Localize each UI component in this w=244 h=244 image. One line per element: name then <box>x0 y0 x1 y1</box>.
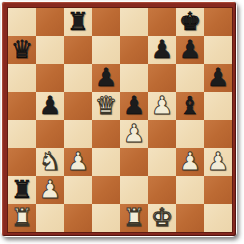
white-pawn-h3: ♟ <box>207 148 229 176</box>
square-h7 <box>204 36 232 64</box>
square-e6 <box>120 64 148 92</box>
black-pawn-d6: ♟ <box>95 64 117 92</box>
square-c5 <box>64 92 92 120</box>
black-pawn-e5: ♟ <box>123 92 145 120</box>
square-b5: ♟ <box>36 92 64 120</box>
square-f3 <box>148 148 176 176</box>
square-e4: ♟ <box>120 120 148 148</box>
square-e3 <box>120 148 148 176</box>
black-rook-a2: ♜ <box>11 176 33 204</box>
board-frame: ♜♚♛♟♟♟♟♟♛♟♟♝♟♞♟♟♟♜♟♜♜♚ <box>2 2 236 236</box>
square-d4 <box>92 120 120 148</box>
square-e5: ♟ <box>120 92 148 120</box>
square-g5: ♝ <box>176 92 204 120</box>
square-g7: ♟ <box>176 36 204 64</box>
white-pawn-b2: ♟ <box>39 176 61 204</box>
square-c2 <box>64 176 92 204</box>
white-pawn-c3: ♟ <box>67 148 89 176</box>
square-h8 <box>204 8 232 36</box>
square-a4 <box>8 120 36 148</box>
square-c3: ♟ <box>64 148 92 176</box>
black-bishop-g5: ♝ <box>179 92 201 120</box>
square-b3: ♞ <box>36 148 64 176</box>
black-pawn-h6: ♟ <box>207 64 229 92</box>
white-pawn-f5: ♟ <box>151 92 173 120</box>
white-pawn-g3: ♟ <box>179 148 201 176</box>
square-f8 <box>148 8 176 36</box>
square-c8: ♜ <box>64 8 92 36</box>
square-a6 <box>8 64 36 92</box>
white-pawn-e4: ♟ <box>123 120 145 148</box>
square-e8 <box>120 8 148 36</box>
square-h4 <box>204 120 232 148</box>
square-d5: ♛ <box>92 92 120 120</box>
photo-border: ♜♚♛♟♟♟♟♟♛♟♟♝♟♞♟♟♟♜♟♜♜♚ <box>1 1 237 237</box>
black-pawn-f7: ♟ <box>151 36 173 64</box>
square-a8 <box>8 8 36 36</box>
square-f6 <box>148 64 176 92</box>
square-f4 <box>148 120 176 148</box>
black-king-g8: ♚ <box>179 8 201 36</box>
square-h5 <box>204 92 232 120</box>
square-g3: ♟ <box>176 148 204 176</box>
black-queen-a7: ♛ <box>11 36 33 64</box>
square-b8 <box>36 8 64 36</box>
square-d3 <box>92 148 120 176</box>
square-e2 <box>120 176 148 204</box>
square-d6: ♟ <box>92 64 120 92</box>
black-pawn-b5: ♟ <box>39 92 61 120</box>
square-c4 <box>64 120 92 148</box>
square-g8: ♚ <box>176 8 204 36</box>
square-b1 <box>36 204 64 232</box>
square-e7 <box>120 36 148 64</box>
square-c6 <box>64 64 92 92</box>
black-rook-c8: ♜ <box>67 8 89 36</box>
square-d1 <box>92 204 120 232</box>
square-a2: ♜ <box>8 176 36 204</box>
square-f2 <box>148 176 176 204</box>
square-d7 <box>92 36 120 64</box>
white-rook-a1: ♜ <box>11 204 33 232</box>
square-b7 <box>36 36 64 64</box>
square-g1 <box>176 204 204 232</box>
white-knight-b3: ♞ <box>39 148 61 176</box>
square-a1: ♜ <box>8 204 36 232</box>
square-h3: ♟ <box>204 148 232 176</box>
white-queen-d5: ♛ <box>95 92 117 120</box>
black-pawn-g7: ♟ <box>179 36 201 64</box>
square-g2 <box>176 176 204 204</box>
chess-board: ♜♚♛♟♟♟♟♟♛♟♟♝♟♞♟♟♟♜♟♜♜♚ <box>8 8 232 232</box>
square-e1: ♜ <box>120 204 148 232</box>
square-g6 <box>176 64 204 92</box>
square-f5: ♟ <box>148 92 176 120</box>
square-a5 <box>8 92 36 120</box>
square-g4 <box>176 120 204 148</box>
square-h2 <box>204 176 232 204</box>
square-h1 <box>204 204 232 232</box>
square-b4 <box>36 120 64 148</box>
white-rook-e1: ♜ <box>123 204 145 232</box>
square-d8 <box>92 8 120 36</box>
square-c7 <box>64 36 92 64</box>
square-h6: ♟ <box>204 64 232 92</box>
square-b6 <box>36 64 64 92</box>
square-d2 <box>92 176 120 204</box>
square-a7: ♛ <box>8 36 36 64</box>
square-f1: ♚ <box>148 204 176 232</box>
square-a3 <box>8 148 36 176</box>
square-f7: ♟ <box>148 36 176 64</box>
square-b2: ♟ <box>36 176 64 204</box>
square-c1 <box>64 204 92 232</box>
white-king-f1: ♚ <box>151 204 173 232</box>
